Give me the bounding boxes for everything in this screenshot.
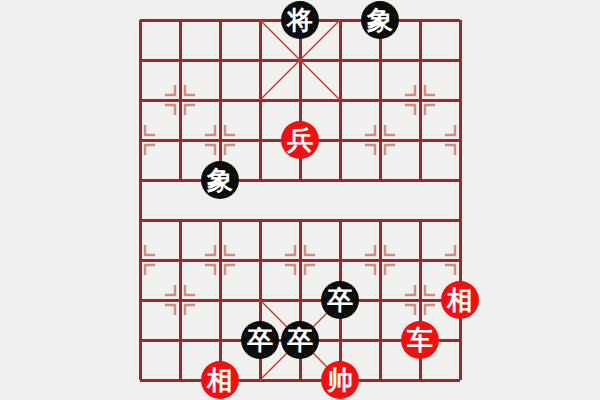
point-4-7[interactable] <box>280 280 320 320</box>
point-7-0[interactable] <box>400 0 440 40</box>
point-5-6[interactable] <box>320 240 360 280</box>
point-8-9[interactable] <box>440 360 480 400</box>
piece-black-pawn[interactable]: 卒 <box>241 321 279 359</box>
point-5-8[interactable] <box>320 320 360 360</box>
point-7-9[interactable] <box>400 360 440 400</box>
point-7-3[interactable] <box>400 120 440 160</box>
point-2-1[interactable] <box>200 40 240 80</box>
point-4-1[interactable] <box>280 40 320 80</box>
point-7-5[interactable] <box>400 200 440 240</box>
point-5-7[interactable]: 卒 <box>320 280 360 320</box>
piece-black-pawn[interactable]: 卒 <box>281 321 319 359</box>
point-8-8[interactable] <box>440 320 480 360</box>
point-6-6[interactable] <box>360 240 400 280</box>
point-6-7[interactable] <box>360 280 400 320</box>
point-3-7[interactable] <box>240 280 280 320</box>
point-2-0[interactable] <box>200 0 240 40</box>
point-7-4[interactable] <box>400 160 440 200</box>
point-6-2[interactable] <box>360 80 400 120</box>
piece-black-pawn[interactable]: 卒 <box>321 281 359 319</box>
point-1-9[interactable] <box>160 360 200 400</box>
piece-red-chariot[interactable]: 车 <box>401 321 439 359</box>
point-6-0[interactable]: 象 <box>360 0 400 40</box>
point-3-9[interactable] <box>240 360 280 400</box>
point-0-9[interactable] <box>120 360 160 400</box>
point-6-3[interactable] <box>360 120 400 160</box>
point-1-1[interactable] <box>160 40 200 80</box>
point-4-3[interactable]: 兵 <box>280 120 320 160</box>
piece-black-general[interactable]: 将 <box>281 1 319 39</box>
point-3-0[interactable] <box>240 0 280 40</box>
point-2-7[interactable] <box>200 280 240 320</box>
point-1-3[interactable] <box>160 120 200 160</box>
point-5-9[interactable]: 帅 <box>320 360 360 400</box>
point-6-5[interactable] <box>360 200 400 240</box>
point-2-8[interactable] <box>200 320 240 360</box>
point-1-6[interactable] <box>160 240 200 280</box>
point-8-0[interactable] <box>440 0 480 40</box>
point-2-3[interactable] <box>200 120 240 160</box>
point-8-1[interactable] <box>440 40 480 80</box>
piece-black-elephant[interactable]: 象 <box>361 1 399 39</box>
point-5-2[interactable] <box>320 80 360 120</box>
point-1-8[interactable] <box>160 320 200 360</box>
piece-black-elephant[interactable]: 象 <box>201 161 239 199</box>
point-5-0[interactable] <box>320 0 360 40</box>
point-7-6[interactable] <box>400 240 440 280</box>
point-8-6[interactable] <box>440 240 480 280</box>
point-4-5[interactable] <box>280 200 320 240</box>
point-8-3[interactable] <box>440 120 480 160</box>
point-2-9[interactable]: 相 <box>200 360 240 400</box>
point-1-4[interactable] <box>160 160 200 200</box>
point-4-4[interactable] <box>280 160 320 200</box>
point-0-5[interactable] <box>120 200 160 240</box>
point-8-7[interactable]: 相 <box>440 280 480 320</box>
xiangqi-board: 将象兵象卒相卒卒车相帅 <box>0 0 600 400</box>
point-4-8[interactable]: 卒 <box>280 320 320 360</box>
piece-red-elephant[interactable]: 相 <box>441 281 479 319</box>
point-1-7[interactable] <box>160 280 200 320</box>
point-7-7[interactable] <box>400 280 440 320</box>
piece-red-pawn[interactable]: 兵 <box>281 121 319 159</box>
point-0-3[interactable] <box>120 120 160 160</box>
point-3-5[interactable] <box>240 200 280 240</box>
point-3-2[interactable] <box>240 80 280 120</box>
point-0-1[interactable] <box>120 40 160 80</box>
piece-red-general[interactable]: 帅 <box>321 361 359 399</box>
point-3-4[interactable] <box>240 160 280 200</box>
point-5-1[interactable] <box>320 40 360 80</box>
point-7-2[interactable] <box>400 80 440 120</box>
point-2-2[interactable] <box>200 80 240 120</box>
point-1-0[interactable] <box>160 0 200 40</box>
point-0-8[interactable] <box>120 320 160 360</box>
point-4-2[interactable] <box>280 80 320 120</box>
point-6-9[interactable] <box>360 360 400 400</box>
point-1-5[interactable] <box>160 200 200 240</box>
point-6-1[interactable] <box>360 40 400 80</box>
point-4-6[interactable] <box>280 240 320 280</box>
point-0-7[interactable] <box>120 280 160 320</box>
point-0-6[interactable] <box>120 240 160 280</box>
point-8-5[interactable] <box>440 200 480 240</box>
point-0-2[interactable] <box>120 80 160 120</box>
point-3-3[interactable] <box>240 120 280 160</box>
point-5-5[interactable] <box>320 200 360 240</box>
point-2-5[interactable] <box>200 200 240 240</box>
point-2-6[interactable] <box>200 240 240 280</box>
point-3-6[interactable] <box>240 240 280 280</box>
point-5-3[interactable] <box>320 120 360 160</box>
point-6-8[interactable] <box>360 320 400 360</box>
point-8-4[interactable] <box>440 160 480 200</box>
point-2-4[interactable]: 象 <box>200 160 240 200</box>
point-3-8[interactable]: 卒 <box>240 320 280 360</box>
point-5-4[interactable] <box>320 160 360 200</box>
point-7-1[interactable] <box>400 40 440 80</box>
point-3-1[interactable] <box>240 40 280 80</box>
point-0-4[interactable] <box>120 160 160 200</box>
board-grid: 将象兵象卒相卒卒车相帅 <box>120 0 480 400</box>
point-8-2[interactable] <box>440 80 480 120</box>
point-0-0[interactable] <box>120 0 160 40</box>
point-4-0[interactable]: 将 <box>280 0 320 40</box>
point-7-8[interactable]: 车 <box>400 320 440 360</box>
point-6-4[interactable] <box>360 160 400 200</box>
point-4-9[interactable] <box>280 360 320 400</box>
point-1-2[interactable] <box>160 80 200 120</box>
piece-red-elephant[interactable]: 相 <box>201 361 239 399</box>
